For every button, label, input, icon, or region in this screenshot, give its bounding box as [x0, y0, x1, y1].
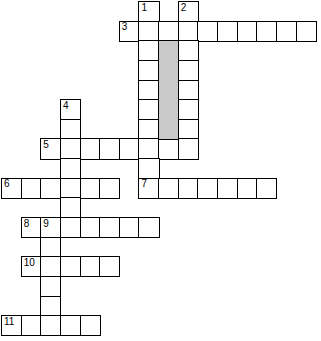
cell-r0c9[interactable]: 2 — [178, 1, 199, 22]
cell-r7c2[interactable]: 5 — [40, 138, 61, 159]
cell-r7c4[interactable] — [80, 138, 101, 159]
clue-number-2: 2 — [181, 3, 187, 13]
cell-r14c2[interactable] — [40, 276, 61, 297]
cell-r16c4[interactable] — [80, 315, 101, 336]
cell-r11c5[interactable] — [99, 217, 120, 238]
cell-r9c13[interactable] — [256, 178, 277, 199]
clue-number-8: 8 — [24, 219, 30, 229]
cell-r11c7[interactable] — [138, 217, 159, 238]
clue-number-3: 3 — [122, 22, 128, 32]
cell-r16c3[interactable] — [60, 315, 81, 336]
cell-r9c3[interactable] — [60, 178, 81, 199]
cell-r9c1[interactable] — [21, 178, 42, 199]
cell-r3c9[interactable] — [178, 60, 199, 81]
cell-r4c9[interactable] — [178, 80, 199, 101]
clue-number-10: 10 — [24, 258, 35, 268]
cell-r10c3[interactable] — [60, 197, 81, 218]
cell-r1c10[interactable] — [197, 21, 218, 42]
cell-r1c13[interactable] — [256, 21, 277, 42]
cell-r9c8[interactable] — [158, 178, 179, 199]
cell-r6c7[interactable] — [138, 119, 159, 140]
cell-r1c11[interactable] — [217, 21, 238, 42]
cell-r5c3[interactable]: 4 — [60, 99, 81, 120]
cell-r6c3[interactable] — [60, 119, 81, 140]
cell-r5c7[interactable] — [138, 99, 159, 120]
cell-r13c4[interactable] — [80, 256, 101, 277]
cell-r13c2[interactable] — [40, 256, 61, 277]
cell-r13c3[interactable] — [60, 256, 81, 277]
cell-r1c7[interactable] — [138, 21, 159, 42]
clue-number-7: 7 — [141, 179, 147, 189]
cell-r9c12[interactable] — [237, 178, 258, 199]
cell-r2c9[interactable] — [178, 40, 199, 61]
cell-r11c1[interactable]: 8 — [21, 217, 42, 238]
cell-r1c15[interactable] — [296, 21, 317, 42]
cell-r9c5[interactable] — [99, 178, 120, 199]
cell-r6c9[interactable] — [178, 119, 199, 140]
clue-number-9: 9 — [43, 219, 49, 229]
cell-r1c12[interactable] — [237, 21, 258, 42]
cell-r0c7[interactable]: 1 — [138, 1, 159, 22]
clue-number-11: 11 — [4, 317, 14, 327]
crossword-board: 1234567891011 — [0, 0, 321, 341]
cell-r16c2[interactable] — [40, 315, 61, 336]
clue-number-6: 6 — [4, 179, 10, 189]
cell-r9c9[interactable] — [178, 178, 199, 199]
cell-r16c0[interactable]: 11 — [1, 315, 22, 336]
cell-r11c2[interactable]: 9 — [40, 217, 61, 238]
cell-r5c9[interactable] — [178, 99, 199, 120]
cell-r9c0[interactable]: 6 — [1, 178, 22, 199]
cell-r9c7[interactable]: 7 — [138, 178, 159, 199]
shaded-solution-column — [158, 40, 179, 140]
cell-r1c9[interactable] — [178, 21, 199, 42]
cell-r7c9[interactable] — [178, 138, 199, 159]
cell-r2c7[interactable] — [138, 40, 159, 61]
cell-r1c14[interactable] — [276, 21, 297, 42]
cell-r9c10[interactable] — [197, 178, 218, 199]
cell-r11c6[interactable] — [119, 217, 140, 238]
cell-r11c3[interactable] — [60, 217, 81, 238]
cell-r7c5[interactable] — [99, 138, 120, 159]
cell-r7c6[interactable] — [119, 138, 140, 159]
cell-r4c7[interactable] — [138, 80, 159, 101]
cell-r7c7[interactable] — [138, 138, 159, 159]
cell-r7c3[interactable] — [60, 138, 81, 159]
cell-r9c11[interactable] — [217, 178, 238, 199]
cell-r9c4[interactable] — [80, 178, 101, 199]
clue-number-1: 1 — [141, 3, 147, 13]
clue-number-4: 4 — [63, 101, 69, 111]
cell-r8c3[interactable] — [60, 158, 81, 179]
clue-number-5: 5 — [43, 140, 49, 150]
cell-r15c2[interactable] — [40, 296, 61, 317]
cell-r1c8[interactable] — [158, 21, 179, 42]
cell-r1c6[interactable]: 3 — [119, 21, 140, 42]
cell-r11c4[interactable] — [80, 217, 101, 238]
cell-r9c2[interactable] — [40, 178, 61, 199]
cell-r12c2[interactable] — [40, 237, 61, 258]
cell-r13c5[interactable] — [99, 256, 120, 277]
cell-r8c7[interactable] — [138, 158, 159, 179]
cell-r3c7[interactable] — [138, 60, 159, 81]
cell-r13c1[interactable]: 10 — [21, 256, 42, 277]
cell-r7c8[interactable] — [158, 138, 179, 159]
cell-r16c1[interactable] — [21, 315, 42, 336]
